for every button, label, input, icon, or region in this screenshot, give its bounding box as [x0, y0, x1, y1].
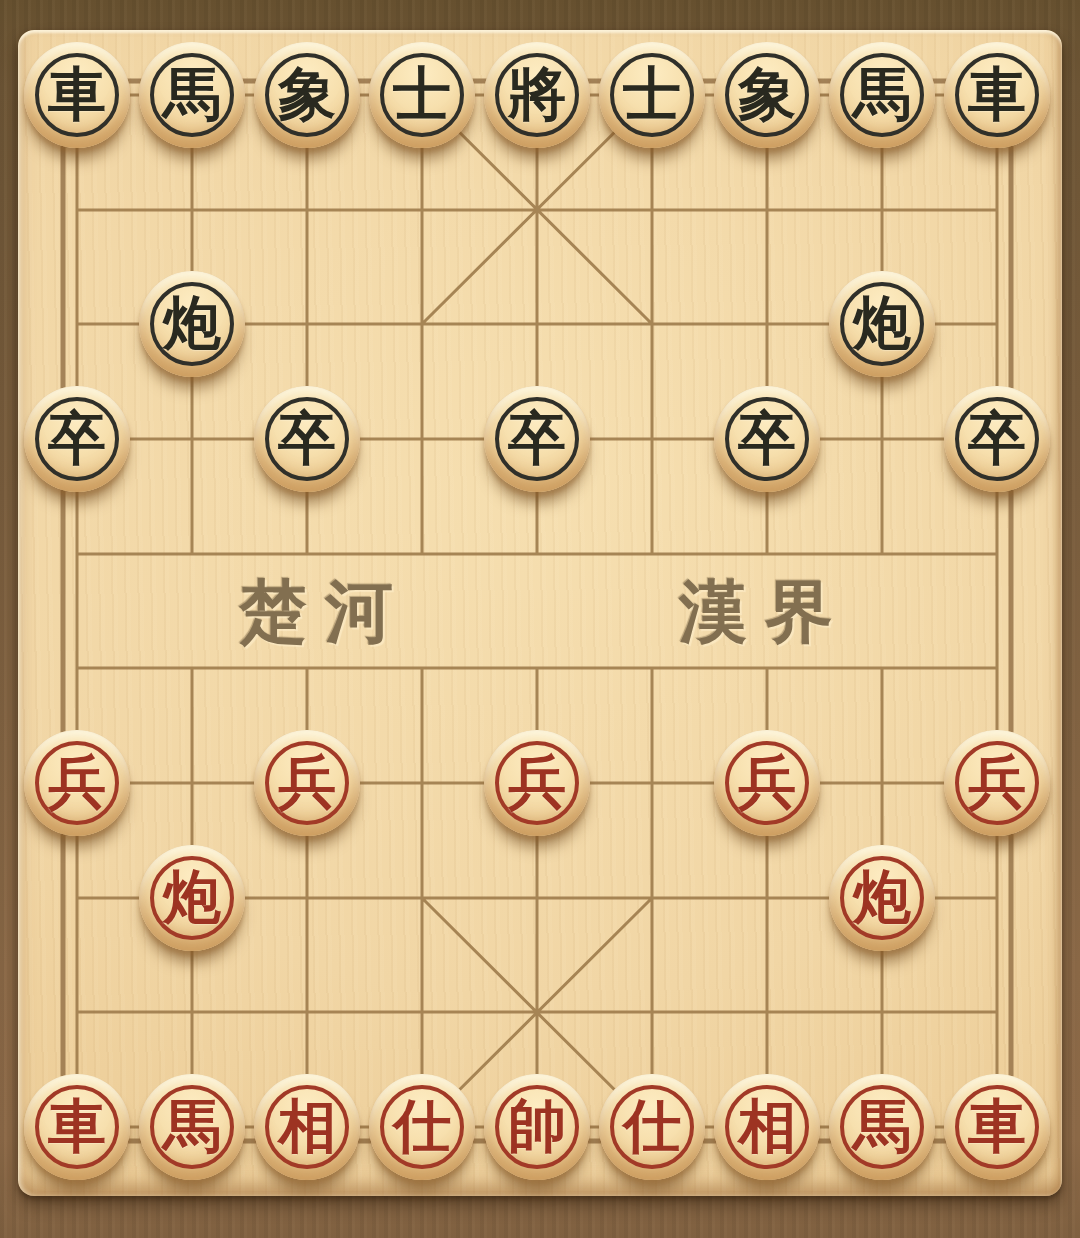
piece-glyph: 炮	[163, 295, 221, 353]
piece-glyph: 車	[968, 66, 1026, 124]
piece-red-horse[interactable]: 馬	[139, 1074, 245, 1180]
piece-black-elephant[interactable]: 象	[254, 42, 360, 148]
piece-black-elephant[interactable]: 象	[714, 42, 820, 148]
piece-glyph: 兵	[48, 754, 106, 812]
piece-glyph: 卒	[738, 410, 796, 468]
piece-black-horse[interactable]: 馬	[829, 42, 935, 148]
piece-glyph: 兵	[738, 754, 796, 812]
piece-glyph: 馬	[853, 66, 911, 124]
piece-glyph: 炮	[163, 869, 221, 927]
piece-glyph: 馬	[163, 66, 221, 124]
piece-glyph: 卒	[278, 410, 336, 468]
piece-black-chariot[interactable]: 車	[24, 42, 130, 148]
piece-red-soldier[interactable]: 兵	[484, 730, 590, 836]
piece-red-elephant[interactable]: 相	[714, 1074, 820, 1180]
piece-glyph: 將	[508, 66, 566, 124]
piece-red-soldier[interactable]: 兵	[254, 730, 360, 836]
piece-glyph: 馬	[163, 1098, 221, 1156]
piece-black-advisor[interactable]: 士	[599, 42, 705, 148]
piece-red-advisor[interactable]: 仕	[599, 1074, 705, 1180]
piece-glyph: 士	[623, 66, 681, 124]
piece-glyph: 相	[738, 1098, 796, 1156]
piece-red-general[interactable]: 帥	[484, 1074, 590, 1180]
piece-glyph: 車	[48, 66, 106, 124]
piece-black-soldier[interactable]: 卒	[714, 386, 820, 492]
piece-glyph: 卒	[508, 410, 566, 468]
piece-glyph: 卒	[48, 410, 106, 468]
piece-red-cannon[interactable]: 炮	[829, 845, 935, 951]
piece-red-soldier[interactable]: 兵	[24, 730, 130, 836]
piece-red-horse[interactable]: 馬	[829, 1074, 935, 1180]
piece-black-horse[interactable]: 馬	[139, 42, 245, 148]
piece-glyph: 士	[393, 66, 451, 124]
piece-glyph: 象	[738, 66, 796, 124]
piece-glyph: 馬	[853, 1098, 911, 1156]
piece-black-cannon[interactable]: 炮	[829, 271, 935, 377]
piece-red-chariot[interactable]: 車	[944, 1074, 1050, 1180]
piece-glyph: 帥	[508, 1098, 566, 1156]
piece-glyph: 車	[968, 1098, 1026, 1156]
piece-glyph: 仕	[623, 1098, 681, 1156]
piece-red-chariot[interactable]: 車	[24, 1074, 130, 1180]
piece-glyph: 車	[48, 1098, 106, 1156]
piece-black-soldier[interactable]: 卒	[484, 386, 590, 492]
pieces-layer: 車馬象士將士象馬車炮炮卒卒卒卒卒兵兵兵兵兵炮炮車馬相仕帥仕相馬車	[0, 0, 1080, 1238]
piece-black-advisor[interactable]: 士	[369, 42, 475, 148]
piece-black-soldier[interactable]: 卒	[254, 386, 360, 492]
piece-red-soldier[interactable]: 兵	[944, 730, 1050, 836]
piece-glyph: 兵	[278, 754, 336, 812]
piece-glyph: 象	[278, 66, 336, 124]
piece-glyph: 相	[278, 1098, 336, 1156]
piece-red-advisor[interactable]: 仕	[369, 1074, 475, 1180]
piece-glyph: 兵	[968, 754, 1026, 812]
table-background: 楚河 漢界 車馬象士將士象馬車炮炮卒卒卒卒卒兵兵兵兵兵炮炮車馬相仕帥仕相馬車	[0, 0, 1080, 1238]
piece-glyph: 卒	[968, 410, 1026, 468]
piece-black-soldier[interactable]: 卒	[944, 386, 1050, 492]
piece-black-cannon[interactable]: 炮	[139, 271, 245, 377]
piece-glyph: 兵	[508, 754, 566, 812]
piece-red-soldier[interactable]: 兵	[714, 730, 820, 836]
piece-black-soldier[interactable]: 卒	[24, 386, 130, 492]
piece-red-elephant[interactable]: 相	[254, 1074, 360, 1180]
piece-black-general[interactable]: 將	[484, 42, 590, 148]
piece-red-cannon[interactable]: 炮	[139, 845, 245, 951]
piece-glyph: 炮	[853, 295, 911, 353]
piece-glyph: 仕	[393, 1098, 451, 1156]
piece-glyph: 炮	[853, 869, 911, 927]
piece-black-chariot[interactable]: 車	[944, 42, 1050, 148]
